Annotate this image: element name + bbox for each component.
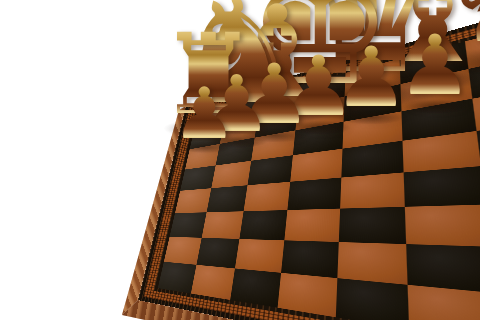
product-photo-scene: ♜♞♝♚♛♝♞♜♟♟♟♟♟♟♟♟ <box>0 0 480 320</box>
pieces-layer: ♜♞♝♚♛♝♞♜♟♟♟♟♟♟♟♟ <box>0 0 480 320</box>
page: { "game": "chess", "scene": { "type": "p… <box>0 0 480 320</box>
piece-glyph: ♟ <box>398 25 472 108</box>
piece-glyph: ♟ <box>173 78 237 149</box>
piece-white-pawn[interactable]: ♟ <box>173 78 237 149</box>
piece-white-pawn[interactable]: ♟ <box>398 25 472 108</box>
